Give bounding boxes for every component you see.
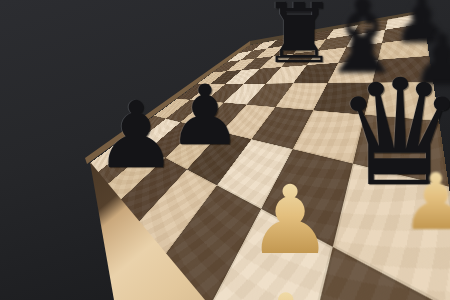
pieces-layer: ♟♟♜♝♟♟♛♟♟♟ bbox=[0, 0, 450, 300]
chess-piece-white-pawn-g1[interactable]: ♟ bbox=[243, 173, 338, 268]
chess-piece-black-pawn-e2[interactable]: ♟ bbox=[164, 74, 247, 157]
chess-photo-scene: ♟♟♜♝♟♟♛♟♟♟ bbox=[0, 0, 450, 300]
chess-piece-white-pawn-f1[interactable]: ♟ bbox=[238, 281, 335, 300]
chess-piece-white-pawn-h2[interactable]: ♟ bbox=[397, 163, 450, 241]
